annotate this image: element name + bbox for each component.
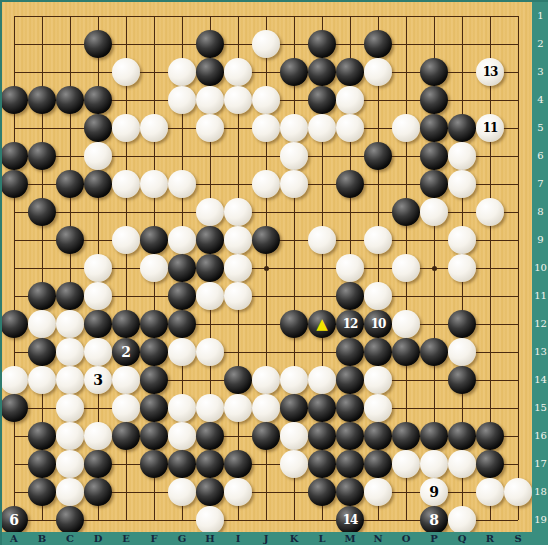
row-label-15: 15 [533, 402, 548, 413]
black-stone-I17[interactable] [224, 450, 252, 478]
white-stone-G4[interactable] [168, 86, 196, 114]
row-label-14: 14 [533, 374, 548, 385]
white-stone-P18[interactable]: 9 [420, 478, 448, 506]
black-stone-D17[interactable] [84, 450, 112, 478]
white-stone-L14[interactable] [308, 366, 336, 394]
black-stone-J9[interactable] [252, 226, 280, 254]
black-stone-H3[interactable] [196, 58, 224, 86]
move-number-label: 12 [343, 318, 358, 330]
white-stone-K5[interactable] [280, 114, 308, 142]
white-stone-L5[interactable] [308, 114, 336, 142]
black-stone-J16[interactable] [252, 422, 280, 450]
black-stone-P19[interactable]: 8 [420, 506, 448, 534]
white-stone-I9[interactable] [224, 226, 252, 254]
go-board-screenshot: 1311▲12102396148 12345678910111213141516… [0, 0, 548, 545]
white-stone-I4[interactable] [224, 86, 252, 114]
white-stone-Q17[interactable] [448, 450, 476, 478]
black-stone-A4[interactable] [0, 86, 28, 114]
black-stone-G17[interactable] [168, 450, 196, 478]
column-label-R: R [483, 533, 497, 544]
black-stone-Q16[interactable] [448, 422, 476, 450]
move-number-label: 8 [429, 513, 439, 527]
black-stone-Q14[interactable] [448, 366, 476, 394]
move-number-label: 11 [483, 122, 498, 134]
black-stone-F17[interactable] [140, 450, 168, 478]
column-label-F: F [147, 533, 161, 544]
black-stone-A15[interactable] [0, 394, 28, 422]
white-stone-R5[interactable]: 11 [476, 114, 504, 142]
black-stone-F12[interactable] [140, 310, 168, 338]
black-stone-F15[interactable] [140, 394, 168, 422]
black-stone-H16[interactable] [196, 422, 224, 450]
white-stone-L9[interactable] [308, 226, 336, 254]
row-label-12: 12 [533, 318, 548, 329]
black-stone-O16[interactable] [392, 422, 420, 450]
black-stone-P16[interactable] [420, 422, 448, 450]
white-stone-O10[interactable] [392, 254, 420, 282]
white-stone-B14[interactable] [28, 366, 56, 394]
white-stone-C17[interactable] [56, 450, 84, 478]
move-number-label: 9 [429, 485, 439, 499]
row-label-4: 4 [533, 94, 548, 105]
white-stone-E5[interactable] [112, 114, 140, 142]
black-stone-Q12[interactable] [448, 310, 476, 338]
star-point [432, 266, 437, 271]
row-label-19: 19 [533, 514, 548, 525]
white-stone-K6[interactable] [280, 142, 308, 170]
top-border [0, 0, 548, 2]
black-stone-R16[interactable] [476, 422, 504, 450]
white-stone-O12[interactable] [392, 310, 420, 338]
black-stone-N2[interactable] [364, 30, 392, 58]
black-stone-M19[interactable]: 14 [336, 506, 364, 534]
white-stone-I15[interactable] [224, 394, 252, 422]
white-stone-H15[interactable] [196, 394, 224, 422]
white-stone-I3[interactable] [224, 58, 252, 86]
white-stone-I8[interactable] [224, 198, 252, 226]
black-stone-K12[interactable] [280, 310, 308, 338]
white-stone-R3[interactable]: 13 [476, 58, 504, 86]
row-label-6: 6 [533, 150, 548, 161]
left-border [0, 0, 2, 545]
black-stone-P4[interactable] [420, 86, 448, 114]
white-stone-C16[interactable] [56, 422, 84, 450]
move-number-label: 2 [121, 345, 131, 359]
column-label-A: A [7, 533, 21, 544]
white-stone-M4[interactable] [336, 86, 364, 114]
move-number-label: 13 [483, 66, 498, 78]
white-stone-N9[interactable] [364, 226, 392, 254]
white-stone-H11[interactable] [196, 282, 224, 310]
white-stone-Q10[interactable] [448, 254, 476, 282]
move-number-label: 6 [9, 513, 19, 527]
black-stone-M12[interactable]: 12 [336, 310, 364, 338]
column-label-P: P [427, 533, 441, 544]
black-stone-L15[interactable] [308, 394, 336, 422]
black-stone-M14[interactable] [336, 366, 364, 394]
white-stone-E3[interactable] [112, 58, 140, 86]
black-stone-K3[interactable] [280, 58, 308, 86]
column-label-S: S [511, 533, 525, 544]
move-number-label: 3 [93, 373, 103, 387]
black-stone-B13[interactable] [28, 338, 56, 366]
white-stone-O17[interactable] [392, 450, 420, 478]
white-stone-Q9[interactable] [448, 226, 476, 254]
black-stone-K15[interactable] [280, 394, 308, 422]
white-stone-E14[interactable] [112, 366, 140, 394]
row-label-3: 3 [533, 66, 548, 77]
white-stone-C14[interactable] [56, 366, 84, 394]
white-stone-D10[interactable] [84, 254, 112, 282]
black-stone-H9[interactable] [196, 226, 224, 254]
white-stone-C15[interactable] [56, 394, 84, 422]
column-label-J: J [259, 533, 273, 544]
black-stone-C9[interactable] [56, 226, 84, 254]
row-label-10: 10 [533, 262, 548, 273]
white-stone-P8[interactable] [420, 198, 448, 226]
black-stone-M13[interactable] [336, 338, 364, 366]
black-stone-R17[interactable] [476, 450, 504, 478]
white-stone-F7[interactable] [140, 170, 168, 198]
column-label-D: D [91, 533, 105, 544]
black-stone-M3[interactable] [336, 58, 364, 86]
black-stone-F16[interactable] [140, 422, 168, 450]
triangle-marker-icon: ▲ [316, 317, 328, 332]
black-stone-B16[interactable] [28, 422, 56, 450]
white-stone-H5[interactable] [196, 114, 224, 142]
white-stone-D6[interactable] [84, 142, 112, 170]
white-stone-S18[interactable] [504, 478, 532, 506]
white-stone-B12[interactable] [28, 310, 56, 338]
black-stone-M7[interactable] [336, 170, 364, 198]
white-stone-J2[interactable] [252, 30, 280, 58]
black-stone-P13[interactable] [420, 338, 448, 366]
white-stone-O5[interactable] [392, 114, 420, 142]
black-stone-D5[interactable] [84, 114, 112, 142]
white-stone-K17[interactable] [280, 450, 308, 478]
white-stone-D13[interactable] [84, 338, 112, 366]
white-stone-K7[interactable] [280, 170, 308, 198]
white-stone-N15[interactable] [364, 394, 392, 422]
white-stone-G9[interactable] [168, 226, 196, 254]
white-stone-J4[interactable] [252, 86, 280, 114]
black-stone-H2[interactable] [196, 30, 224, 58]
white-stone-E7[interactable] [112, 170, 140, 198]
black-stone-L18[interactable] [308, 478, 336, 506]
black-stone-O8[interactable] [392, 198, 420, 226]
column-label-B: B [35, 533, 49, 544]
white-stone-C13[interactable] [56, 338, 84, 366]
black-stone-D7[interactable] [84, 170, 112, 198]
white-stone-G3[interactable] [168, 58, 196, 86]
white-stone-C12[interactable] [56, 310, 84, 338]
white-stone-H4[interactable] [196, 86, 224, 114]
white-stone-E9[interactable] [112, 226, 140, 254]
column-label-L: L [315, 533, 329, 544]
black-stone-N12[interactable]: 10 [364, 310, 392, 338]
black-stone-F9[interactable] [140, 226, 168, 254]
white-stone-N11[interactable] [364, 282, 392, 310]
white-stone-E15[interactable] [112, 394, 140, 422]
black-stone-P7[interactable] [420, 170, 448, 198]
row-label-9: 9 [533, 234, 548, 245]
row-label-7: 7 [533, 178, 548, 189]
black-stone-B6[interactable] [28, 142, 56, 170]
column-label-N: N [371, 533, 385, 544]
white-stone-Q7[interactable] [448, 170, 476, 198]
black-stone-G11[interactable] [168, 282, 196, 310]
white-stone-R18[interactable] [476, 478, 504, 506]
move-number-label: 14 [343, 514, 358, 526]
black-stone-A19[interactable]: 6 [0, 506, 28, 534]
white-stone-I11[interactable] [224, 282, 252, 310]
black-stone-B8[interactable] [28, 198, 56, 226]
column-label-H: H [203, 533, 217, 544]
star-point [264, 266, 269, 271]
black-stone-I14[interactable] [224, 366, 252, 394]
black-stone-G10[interactable] [168, 254, 196, 282]
white-stone-D14[interactable]: 3 [84, 366, 112, 394]
black-stone-L3[interactable] [308, 58, 336, 86]
move-number-label: 10 [371, 318, 386, 330]
row-label-8: 8 [533, 206, 548, 217]
column-label-K: K [287, 533, 301, 544]
white-stone-G18[interactable] [168, 478, 196, 506]
white-stone-J15[interactable] [252, 394, 280, 422]
black-stone-L17[interactable] [308, 450, 336, 478]
white-stone-D16[interactable] [84, 422, 112, 450]
black-stone-C4[interactable] [56, 86, 84, 114]
black-stone-L4[interactable] [308, 86, 336, 114]
column-label-E: E [119, 533, 133, 544]
white-stone-H19[interactable] [196, 506, 224, 534]
white-stone-G16[interactable] [168, 422, 196, 450]
white-stone-F5[interactable] [140, 114, 168, 142]
black-stone-B11[interactable] [28, 282, 56, 310]
black-stone-M11[interactable] [336, 282, 364, 310]
white-stone-H13[interactable] [196, 338, 224, 366]
white-stone-G15[interactable] [168, 394, 196, 422]
row-label-16: 16 [533, 430, 548, 441]
black-stone-D12[interactable] [84, 310, 112, 338]
black-stone-M16[interactable] [336, 422, 364, 450]
black-stone-D18[interactable] [84, 478, 112, 506]
white-stone-D11[interactable] [84, 282, 112, 310]
white-stone-P17[interactable] [420, 450, 448, 478]
white-stone-J7[interactable] [252, 170, 280, 198]
black-stone-A7[interactable] [0, 170, 28, 198]
white-stone-N18[interactable] [364, 478, 392, 506]
black-stone-L16[interactable] [308, 422, 336, 450]
black-stone-F14[interactable] [140, 366, 168, 394]
white-stone-Q19[interactable] [448, 506, 476, 534]
row-label-11: 11 [533, 290, 548, 301]
row-label-13: 13 [533, 346, 548, 357]
black-stone-L12[interactable]: ▲ [308, 310, 336, 338]
black-stone-N17[interactable] [364, 450, 392, 478]
row-label-2: 2 [533, 38, 548, 49]
black-stone-Q5[interactable] [448, 114, 476, 142]
white-stone-N3[interactable] [364, 58, 392, 86]
black-stone-C11[interactable] [56, 282, 84, 310]
black-stone-C7[interactable] [56, 170, 84, 198]
black-stone-N6[interactable] [364, 142, 392, 170]
black-stone-A12[interactable] [0, 310, 28, 338]
black-stone-L2[interactable] [308, 30, 336, 58]
black-stone-B17[interactable] [28, 450, 56, 478]
black-stone-D4[interactable] [84, 86, 112, 114]
white-stone-M10[interactable] [336, 254, 364, 282]
white-stone-G13[interactable] [168, 338, 196, 366]
black-stone-B18[interactable] [28, 478, 56, 506]
column-label-I: I [231, 533, 245, 544]
column-label-M: M [343, 533, 357, 544]
column-label-C: C [63, 533, 77, 544]
black-stone-G12[interactable] [168, 310, 196, 338]
black-stone-M17[interactable] [336, 450, 364, 478]
black-stone-D2[interactable] [84, 30, 112, 58]
black-stone-H17[interactable] [196, 450, 224, 478]
column-label-G: G [175, 533, 189, 544]
go-board[interactable]: 1311▲12102396148 [0, 0, 532, 532]
black-stone-H10[interactable] [196, 254, 224, 282]
black-stone-B4[interactable] [28, 86, 56, 114]
black-stone-M18[interactable] [336, 478, 364, 506]
black-stone-P3[interactable] [420, 58, 448, 86]
black-stone-H18[interactable] [196, 478, 224, 506]
white-stone-Q13[interactable] [448, 338, 476, 366]
row-label-18: 18 [533, 486, 548, 497]
column-label-O: O [399, 533, 413, 544]
black-stone-A6[interactable] [0, 142, 28, 170]
white-stone-G7[interactable] [168, 170, 196, 198]
white-stone-F10[interactable] [140, 254, 168, 282]
black-stone-E13[interactable]: 2 [112, 338, 140, 366]
black-stone-E16[interactable] [112, 422, 140, 450]
black-stone-O13[interactable] [392, 338, 420, 366]
row-label-17: 17 [533, 458, 548, 469]
black-stone-F13[interactable] [140, 338, 168, 366]
row-label-5: 5 [533, 122, 548, 133]
white-stone-N14[interactable] [364, 366, 392, 394]
white-stone-H8[interactable] [196, 198, 224, 226]
black-stone-P6[interactable] [420, 142, 448, 170]
white-stone-J14[interactable] [252, 366, 280, 394]
black-stone-M15[interactable] [336, 394, 364, 422]
white-stone-C18[interactable] [56, 478, 84, 506]
black-stone-E12[interactable] [112, 310, 140, 338]
black-stone-C19[interactable] [56, 506, 84, 534]
white-stone-J5[interactable] [252, 114, 280, 142]
white-stone-A14[interactable] [0, 366, 28, 394]
white-stone-R8[interactable] [476, 198, 504, 226]
white-stone-I10[interactable] [224, 254, 252, 282]
column-label-Q: Q [455, 533, 469, 544]
white-stone-M5[interactable] [336, 114, 364, 142]
black-stone-N16[interactable] [364, 422, 392, 450]
white-stone-K14[interactable] [280, 366, 308, 394]
row-label-1: 1 [533, 10, 548, 21]
white-stone-K16[interactable] [280, 422, 308, 450]
white-stone-Q6[interactable] [448, 142, 476, 170]
white-stone-I18[interactable] [224, 478, 252, 506]
black-stone-P5[interactable] [420, 114, 448, 142]
black-stone-N13[interactable] [364, 338, 392, 366]
